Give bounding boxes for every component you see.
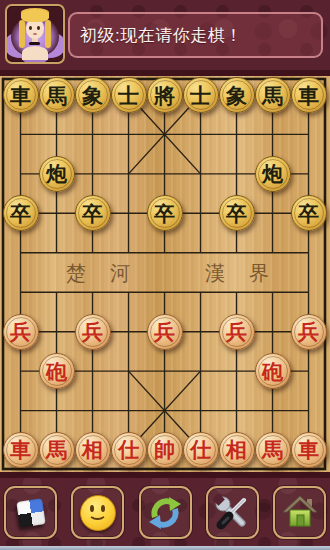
pieces-layer: 車馬象士將士象馬車炮炮卒卒卒卒卒兵兵兵兵兵砲砲車馬相仕帥仕相馬車 [3, 75, 327, 469]
avatar-bangs [21, 9, 49, 22]
piece-character: 砲 [46, 361, 67, 382]
piece-black[interactable]: 馬 [39, 77, 75, 113]
piece-red[interactable]: 相 [219, 432, 255, 468]
bottom-strip [0, 546, 330, 550]
piece-black[interactable]: 象 [75, 77, 111, 113]
piece-character: 車 [298, 439, 319, 460]
piece-red[interactable]: 兵 [75, 314, 111, 350]
piece-character: 帥 [154, 439, 175, 460]
piece-character: 車 [10, 85, 31, 106]
piece-character: 車 [10, 439, 31, 460]
piece-red[interactable]: 仕 [183, 432, 219, 468]
piece-red[interactable]: 馬 [39, 432, 75, 468]
piece-red[interactable]: 相 [75, 432, 111, 468]
piece-black[interactable]: 馬 [255, 77, 291, 113]
piece-character: 馬 [262, 85, 283, 106]
xiangqi-board[interactable]: 楚河 漢界 車馬象士將士象馬車炮炮卒卒卒卒卒兵兵兵兵兵砲砲車馬相仕帥仕相馬車 [0, 70, 330, 478]
home-button[interactable] [273, 486, 326, 539]
xiangqi-app: { "game": "xiangqi", "position": { "fen"… [0, 0, 330, 550]
piece-black[interactable]: 士 [183, 77, 219, 113]
avatar[interactable] [5, 4, 65, 64]
piece-character: 車 [298, 85, 319, 106]
piece-red[interactable]: 砲 [39, 353, 75, 389]
piece-character: 仕 [118, 439, 139, 460]
piece-red[interactable]: 車 [291, 432, 327, 468]
piece-character: 馬 [262, 439, 283, 460]
piece-red[interactable]: 馬 [255, 432, 291, 468]
piece-character: 兵 [226, 321, 247, 342]
piece-black[interactable]: 卒 [75, 195, 111, 231]
piece-black[interactable]: 卒 [219, 195, 255, 231]
toolbar [0, 486, 330, 539]
avatar-hair [45, 20, 51, 48]
piece-character: 兵 [10, 321, 31, 342]
piece-black[interactable]: 將 [147, 77, 183, 113]
piece-character: 相 [226, 439, 247, 460]
piece-character: 卒 [10, 203, 31, 224]
piece-black[interactable]: 卒 [3, 195, 39, 231]
piece-character: 士 [190, 85, 211, 106]
piece-character: 卒 [226, 203, 247, 224]
smiley-icon [80, 495, 116, 531]
avatar-shoulders [22, 46, 48, 60]
restart-button[interactable] [139, 486, 192, 539]
piece-red[interactable]: 兵 [291, 314, 327, 350]
piece-character: 卒 [154, 203, 175, 224]
piece-black[interactable]: 士 [111, 77, 147, 113]
hint-button[interactable] [71, 486, 124, 539]
piece-character: 砲 [262, 361, 283, 382]
piece-red[interactable]: 砲 [255, 353, 291, 389]
piece-black[interactable]: 炮 [255, 156, 291, 192]
tools-icon [213, 494, 251, 532]
piece-black[interactable]: 卒 [147, 195, 183, 231]
piece-character: 馬 [46, 85, 67, 106]
piece-character: 炮 [262, 163, 283, 184]
piece-red[interactable]: 仕 [111, 432, 147, 468]
piece-character: 將 [154, 85, 175, 106]
piece-character: 兵 [82, 321, 103, 342]
piece-red[interactable]: 兵 [3, 314, 39, 350]
piece-character: 炮 [46, 163, 67, 184]
avatar-choker [29, 42, 40, 45]
checker-board-icon [16, 498, 45, 527]
piece-black[interactable]: 象 [219, 77, 255, 113]
status-message-box: 初级:现在请你走棋！ [68, 12, 323, 58]
avatar-hair [19, 20, 25, 48]
piece-red[interactable]: 帥 [147, 432, 183, 468]
piece-character: 士 [118, 85, 139, 106]
piece-character: 仕 [190, 439, 211, 460]
new-game-button[interactable] [4, 486, 57, 539]
piece-character: 兵 [298, 321, 319, 342]
piece-black[interactable]: 車 [291, 77, 327, 113]
piece-character: 卒 [82, 203, 103, 224]
piece-character: 相 [82, 439, 103, 460]
piece-black[interactable]: 車 [3, 77, 39, 113]
piece-character: 象 [226, 85, 247, 106]
home-icon [281, 494, 319, 532]
piece-red[interactable]: 兵 [219, 314, 255, 350]
avatar-eye [37, 26, 40, 30]
piece-red[interactable]: 兵 [147, 314, 183, 350]
piece-character: 兵 [154, 321, 175, 342]
piece-black[interactable]: 卒 [291, 195, 327, 231]
settings-button[interactable] [206, 486, 259, 539]
piece-black[interactable]: 炮 [39, 156, 75, 192]
refresh-arrows-icon [146, 494, 184, 532]
piece-character: 象 [82, 85, 103, 106]
status-message: 初级:现在请你走棋！ [80, 24, 243, 47]
avatar-mouth [33, 33, 37, 35]
piece-red[interactable]: 車 [3, 432, 39, 468]
piece-character: 卒 [298, 203, 319, 224]
avatar-eye [29, 26, 32, 30]
piece-character: 馬 [46, 439, 67, 460]
